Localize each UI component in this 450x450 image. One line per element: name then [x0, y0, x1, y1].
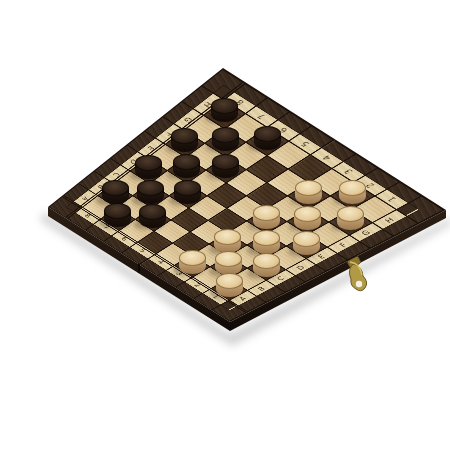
white-piece-a1[interactable]	[216, 273, 243, 297]
black-piece-g7[interactable]	[212, 127, 239, 151]
piece-top	[174, 180, 201, 196]
black-piece-d8[interactable]	[135, 155, 162, 179]
piece-top	[254, 126, 281, 142]
white-piece-e3[interactable]	[253, 205, 280, 229]
white-piece-g1[interactable]	[337, 206, 364, 230]
white-piece-e1[interactable]	[293, 231, 320, 255]
white-piece-f2[interactable]	[294, 206, 321, 230]
piece-top	[293, 231, 320, 247]
white-piece-b2[interactable]	[215, 251, 242, 275]
white-piece-c1[interactable]	[253, 253, 280, 277]
piece-top	[137, 180, 164, 196]
black-piece-c7[interactable]	[137, 180, 164, 204]
piece-top	[102, 180, 129, 196]
black-piece-h8[interactable]	[211, 98, 238, 122]
piece-top	[253, 230, 280, 246]
piece-top	[214, 229, 241, 245]
piece-top	[212, 127, 239, 143]
piece-top	[294, 206, 321, 222]
black-piece-e7[interactable]	[173, 154, 200, 178]
black-piece-b8[interactable]	[102, 180, 129, 204]
black-piece-b6[interactable]	[139, 204, 166, 228]
piece-top	[212, 154, 239, 170]
piece-top	[171, 128, 198, 144]
piece-top	[135, 155, 162, 171]
piece-top	[253, 253, 280, 269]
black-piece-h6[interactable]	[254, 126, 281, 150]
white-piece-d2[interactable]	[253, 230, 280, 254]
white-piece-c3[interactable]	[214, 229, 241, 253]
white-piece-a3[interactable]	[179, 250, 206, 274]
black-piece-f6[interactable]	[212, 154, 239, 178]
white-piece-h2[interactable]	[339, 180, 366, 204]
piece-top	[179, 250, 206, 266]
pieces-layer	[0, 0, 450, 450]
black-piece-f8[interactable]	[171, 128, 198, 152]
piece-top	[139, 204, 166, 220]
photo-background: ABCDEFGH ABCDEFGH 87654321 87654321	[0, 0, 450, 450]
black-piece-d6[interactable]	[174, 180, 201, 204]
black-piece-a7[interactable]	[104, 203, 131, 227]
piece-top	[339, 180, 366, 196]
piece-top	[295, 180, 322, 196]
white-piece-g3[interactable]	[295, 180, 322, 204]
